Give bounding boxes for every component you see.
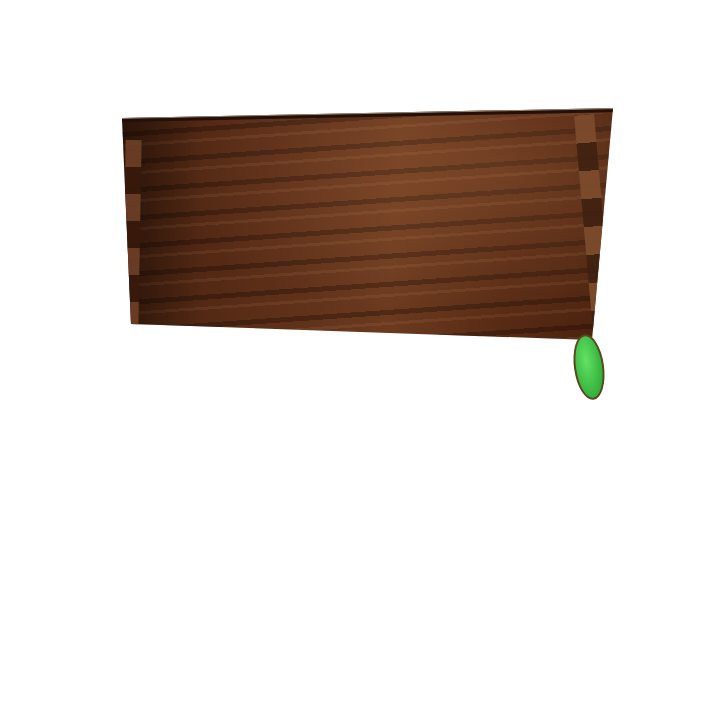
scene: [0, 0, 720, 720]
wooden-storage-box: [122, 104, 616, 346]
board-edge-front-right: [0, 0, 720, 34]
chess-board-top: [0, 0, 720, 720]
